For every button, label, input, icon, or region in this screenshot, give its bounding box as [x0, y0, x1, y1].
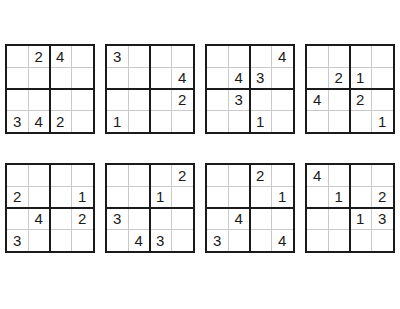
empty-cell[interactable] [7, 68, 29, 90]
box-divider-horizontal [7, 207, 93, 209]
empty-cell[interactable] [172, 230, 194, 252]
given-digit-cell: 4 [307, 165, 329, 187]
given-digit-cell: 4 [229, 68, 251, 90]
sudoku-board-6: 21343 [105, 163, 195, 253]
given-digit-cell: 2 [72, 208, 94, 230]
given-digit-cell: 1 [250, 111, 272, 133]
given-digit-cell: 3 [7, 230, 29, 252]
given-digit-cell: 2 [329, 68, 351, 90]
empty-cell[interactable] [50, 208, 72, 230]
empty-cell[interactable] [307, 111, 329, 133]
given-digit-cell: 4 [272, 46, 294, 68]
empty-cell[interactable] [272, 165, 294, 187]
empty-cell[interactable] [7, 165, 29, 187]
given-digit-cell: 2 [29, 46, 51, 68]
empty-cell[interactable] [207, 208, 229, 230]
given-digit-cell: 1 [350, 208, 372, 230]
empty-cell[interactable] [329, 208, 351, 230]
empty-cell[interactable] [372, 165, 394, 187]
empty-cell[interactable] [350, 230, 372, 252]
empty-cell[interactable] [107, 187, 129, 209]
empty-cell[interactable] [207, 46, 229, 68]
empty-cell[interactable] [7, 208, 29, 230]
given-digit-cell: 2 [7, 187, 29, 209]
empty-cell[interactable] [307, 208, 329, 230]
empty-cell[interactable] [107, 230, 129, 252]
empty-cell[interactable] [107, 89, 129, 111]
empty-cell[interactable] [372, 68, 394, 90]
empty-cell[interactable] [29, 187, 51, 209]
empty-cell[interactable] [150, 111, 172, 133]
empty-cell[interactable] [350, 46, 372, 68]
empty-cell[interactable] [172, 111, 194, 133]
empty-cell[interactable] [72, 165, 94, 187]
empty-cell[interactable] [72, 68, 94, 90]
sudoku-board-3: 44331 [205, 44, 295, 134]
given-digit-cell: 2 [372, 187, 394, 209]
given-digit-cell: 2 [250, 165, 272, 187]
empty-cell[interactable] [129, 46, 151, 68]
sudoku-board-8: 41213 [305, 163, 395, 253]
given-digit-cell: 1 [350, 68, 372, 90]
empty-cell[interactable] [129, 89, 151, 111]
empty-cell[interactable] [129, 165, 151, 187]
empty-cell[interactable] [250, 230, 272, 252]
sudoku-worksheet: 24342 3421 44331 21421 21423 21343 21434… [0, 0, 400, 309]
empty-cell[interactable] [207, 111, 229, 133]
given-digit-cell: 1 [107, 111, 129, 133]
box-divider-horizontal [107, 207, 193, 209]
empty-cell[interactable] [72, 230, 94, 252]
empty-cell[interactable] [29, 68, 51, 90]
empty-cell[interactable] [350, 165, 372, 187]
empty-cell[interactable] [250, 46, 272, 68]
given-digit-cell: 1 [372, 111, 394, 133]
box-divider-horizontal [307, 207, 393, 209]
empty-cell[interactable] [7, 89, 29, 111]
given-digit-cell: 4 [307, 89, 329, 111]
empty-cell[interactable] [229, 230, 251, 252]
given-digit-cell: 1 [272, 187, 294, 209]
given-digit-cell: 1 [329, 187, 351, 209]
given-digit-cell: 1 [150, 187, 172, 209]
empty-cell[interactable] [207, 89, 229, 111]
given-digit-cell: 2 [172, 89, 194, 111]
given-digit-cell: 4 [129, 230, 151, 252]
empty-cell[interactable] [207, 68, 229, 90]
empty-cell[interactable] [50, 68, 72, 90]
empty-cell[interactable] [272, 111, 294, 133]
empty-cell[interactable] [329, 89, 351, 111]
given-digit-cell: 2 [50, 111, 72, 133]
empty-cell[interactable] [29, 165, 51, 187]
empty-cell[interactable] [272, 208, 294, 230]
empty-cell[interactable] [150, 89, 172, 111]
empty-cell[interactable] [129, 187, 151, 209]
given-digit-cell: 3 [7, 111, 29, 133]
given-digit-cell: 4 [272, 230, 294, 252]
empty-cell[interactable] [272, 89, 294, 111]
given-digit-cell: 4 [29, 111, 51, 133]
given-digit-cell: 1 [72, 187, 94, 209]
given-digit-cell: 3 [150, 230, 172, 252]
given-digit-cell: 4 [229, 208, 251, 230]
empty-cell[interactable] [372, 230, 394, 252]
sudoku-board-4: 21421 [305, 44, 395, 134]
empty-cell[interactable] [129, 68, 151, 90]
given-digit-cell: 3 [107, 208, 129, 230]
empty-cell[interactable] [329, 165, 351, 187]
empty-cell[interactable] [50, 165, 72, 187]
empty-cell[interactable] [150, 165, 172, 187]
box-divider-horizontal [207, 207, 293, 209]
empty-cell[interactable] [72, 46, 94, 68]
empty-cell[interactable] [172, 46, 194, 68]
given-digit-cell: 4 [50, 46, 72, 68]
empty-cell[interactable] [350, 111, 372, 133]
empty-cell[interactable] [29, 89, 51, 111]
empty-cell[interactable] [150, 46, 172, 68]
empty-cell[interactable] [72, 89, 94, 111]
empty-cell[interactable] [107, 68, 129, 90]
sudoku-board-2: 3421 [105, 44, 195, 134]
empty-cell[interactable] [150, 68, 172, 90]
given-digit-cell: 4 [172, 68, 194, 90]
given-digit-cell: 3 [229, 89, 251, 111]
given-digit-cell: 3 [250, 68, 272, 90]
empty-cell[interactable] [250, 187, 272, 209]
empty-cell[interactable] [307, 230, 329, 252]
empty-cell[interactable] [372, 89, 394, 111]
empty-cell[interactable] [7, 46, 29, 68]
empty-cell[interactable] [207, 187, 229, 209]
empty-cell[interactable] [172, 208, 194, 230]
empty-cell[interactable] [229, 165, 251, 187]
empty-cell[interactable] [50, 89, 72, 111]
empty-cell[interactable] [172, 187, 194, 209]
empty-cell[interactable] [29, 230, 51, 252]
given-digit-cell: 3 [372, 208, 394, 230]
empty-cell[interactable] [329, 111, 351, 133]
empty-cell[interactable] [50, 187, 72, 209]
empty-cell[interactable] [72, 111, 94, 133]
empty-cell[interactable] [229, 187, 251, 209]
box-divider-horizontal [307, 88, 393, 90]
box-divider-horizontal [207, 88, 293, 90]
empty-cell[interactable] [307, 68, 329, 90]
given-digit-cell: 4 [29, 208, 51, 230]
sudoku-board-7: 21434 [205, 163, 295, 253]
empty-cell[interactable] [129, 111, 151, 133]
empty-cell[interactable] [229, 46, 251, 68]
empty-cell[interactable] [129, 208, 151, 230]
empty-cell[interactable] [229, 111, 251, 133]
given-digit-cell: 3 [207, 230, 229, 252]
empty-cell[interactable] [329, 230, 351, 252]
empty-cell[interactable] [207, 165, 229, 187]
empty-cell[interactable] [107, 165, 129, 187]
empty-cell[interactable] [50, 230, 72, 252]
empty-cell[interactable] [329, 46, 351, 68]
empty-cell[interactable] [350, 187, 372, 209]
given-digit-cell: 2 [350, 89, 372, 111]
empty-cell[interactable] [307, 46, 329, 68]
sudoku-board-5: 21423 [5, 163, 95, 253]
empty-cell[interactable] [272, 68, 294, 90]
given-digit-cell: 2 [172, 165, 194, 187]
box-divider-horizontal [107, 88, 193, 90]
box-divider-horizontal [7, 88, 93, 90]
sudoku-board-1: 24342 [5, 44, 95, 134]
empty-cell[interactable] [372, 46, 394, 68]
empty-cell[interactable] [250, 89, 272, 111]
given-digit-cell: 3 [107, 46, 129, 68]
empty-cell[interactable] [150, 208, 172, 230]
empty-cell[interactable] [250, 208, 272, 230]
empty-cell[interactable] [307, 187, 329, 209]
